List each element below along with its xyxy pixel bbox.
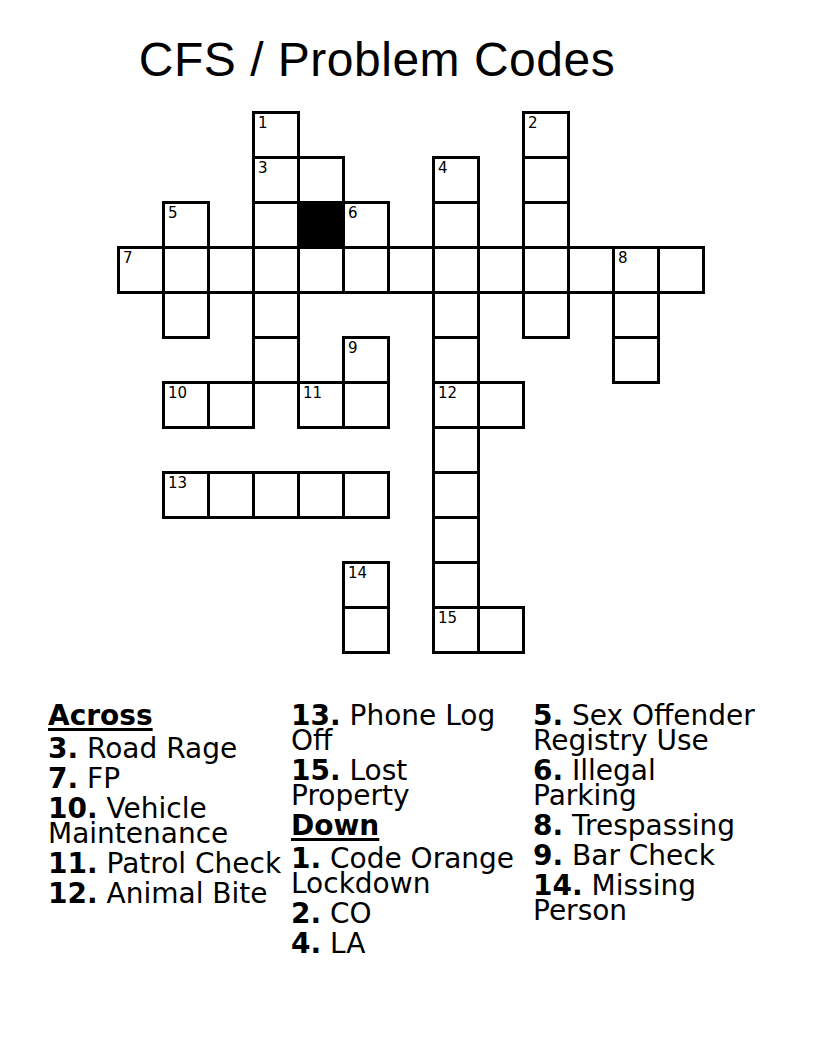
clue-text: Animal Bite xyxy=(107,877,268,910)
clue-down-6: 6. Illegal Parking xyxy=(533,758,769,808)
grid-cell[interactable] xyxy=(342,246,390,294)
cell-number: 15 xyxy=(438,610,457,626)
grid-cell[interactable]: 13 xyxy=(162,471,210,519)
grid-cell[interactable]: 2 xyxy=(522,111,570,159)
cell-number: 8 xyxy=(618,250,628,266)
grid-cell[interactable] xyxy=(297,246,345,294)
grid-cell[interactable] xyxy=(477,606,525,654)
grid-cell[interactable] xyxy=(477,246,525,294)
grid-cell[interactable]: 8 xyxy=(612,246,660,294)
cell-number: 3 xyxy=(258,160,268,176)
grid-cell[interactable]: 4 xyxy=(432,156,480,204)
clue-number: 7. xyxy=(48,762,78,795)
grid-cell[interactable]: 10 xyxy=(162,381,210,429)
clue-down-9: 9. Bar Check xyxy=(533,843,769,868)
clue-down-8: 8. Trespassing xyxy=(533,813,769,838)
clue-number: 12. xyxy=(48,877,98,910)
cell-number: 14 xyxy=(348,565,367,581)
grid-cell[interactable] xyxy=(342,606,390,654)
grid-cell[interactable]: 7 xyxy=(117,246,165,294)
clue-across-3: 3. Road Rage xyxy=(48,736,284,761)
grid-cell[interactable] xyxy=(207,381,255,429)
clue-number: 4. xyxy=(291,927,321,960)
grid-cell[interactable] xyxy=(612,291,660,339)
grid-cell[interactable] xyxy=(477,381,525,429)
clue-across-13: 13. Phone Log Off xyxy=(291,703,527,753)
clue-across-7: 7. FP xyxy=(48,766,284,791)
clue-across-12: 12. Animal Bite xyxy=(48,881,284,906)
cell-number: 9 xyxy=(348,340,358,356)
grid-cell[interactable]: 11 xyxy=(297,381,345,429)
grid-cell[interactable]: 15 xyxy=(432,606,480,654)
grid-cell[interactable] xyxy=(252,336,300,384)
grid-cell[interactable] xyxy=(432,426,480,474)
grid-cell[interactable] xyxy=(252,201,300,249)
grid-cell[interactable] xyxy=(162,246,210,294)
grid-cell[interactable] xyxy=(432,201,480,249)
grid-cell[interactable] xyxy=(252,291,300,339)
clue-text: FP xyxy=(87,762,120,795)
clue-text: Road Rage xyxy=(87,732,237,765)
grid-cell[interactable] xyxy=(612,336,660,384)
puzzle-title: CFS / Problem Codes xyxy=(0,34,754,86)
clue-column-3: 5. Sex Offender Registry Use 6. Illegal … xyxy=(533,703,769,928)
clue-number: 9. xyxy=(533,839,563,872)
clue-down-1: 1. Code Orange Lockdown xyxy=(291,846,527,896)
grid-cell[interactable] xyxy=(522,246,570,294)
grid-cell[interactable] xyxy=(342,471,390,519)
crossword-grid: 123456789101112131415 xyxy=(117,111,705,654)
grid-cell[interactable]: 14 xyxy=(342,561,390,609)
cell-number: 10 xyxy=(168,385,187,401)
grid-cell[interactable] xyxy=(207,471,255,519)
clue-across-11: 11. Patrol Check xyxy=(48,851,284,876)
grid-cell[interactable] xyxy=(162,291,210,339)
clue-text: LA xyxy=(330,927,365,960)
grid-cell[interactable]: 12 xyxy=(432,381,480,429)
grid-cell[interactable]: 1 xyxy=(252,111,300,159)
cell-number: 1 xyxy=(258,115,268,131)
cell-number: 7 xyxy=(123,250,133,266)
clue-down-2: 2. CO xyxy=(291,901,527,926)
grid-cell[interactable] xyxy=(522,291,570,339)
grid-cell[interactable] xyxy=(657,246,705,294)
grid-cell[interactable] xyxy=(432,246,480,294)
cell-number: 12 xyxy=(438,385,457,401)
across-heading: Across xyxy=(48,703,284,728)
clue-across-15: 15. Lost Property xyxy=(291,758,527,808)
clue-text: Code Orange Lockdown xyxy=(291,842,514,900)
clue-column-1: Across 3. Road Rage 7. FP 10. Vehicle Ma… xyxy=(48,703,284,911)
grid-cell[interactable] xyxy=(252,246,300,294)
cell-number: 4 xyxy=(438,160,448,176)
clue-text: Bar Check xyxy=(572,839,715,872)
grid-cell[interactable] xyxy=(207,246,255,294)
clue-text: Trespassing xyxy=(572,809,735,842)
grid-cell[interactable] xyxy=(432,291,480,339)
grid-cell[interactable]: 6 xyxy=(342,201,390,249)
clue-column-2: 13. Phone Log Off 15. Lost Property Down… xyxy=(291,703,527,961)
clue-number: 11. xyxy=(48,847,98,880)
clue-text: Patrol Check xyxy=(107,847,282,880)
clue-down-14: 14. Missing Person xyxy=(533,873,769,923)
grid-cell[interactable]: 5 xyxy=(162,201,210,249)
grid-cell[interactable] xyxy=(297,156,345,204)
cell-number: 5 xyxy=(168,205,178,221)
black-cell xyxy=(297,201,345,249)
grid-cell[interactable] xyxy=(432,516,480,564)
grid-cell[interactable]: 3 xyxy=(252,156,300,204)
clue-across-10: 10. Vehicle Maintenance xyxy=(48,796,284,846)
grid-cell[interactable] xyxy=(522,201,570,249)
grid-cell[interactable] xyxy=(432,471,480,519)
grid-cell[interactable] xyxy=(522,156,570,204)
grid-cell[interactable] xyxy=(297,471,345,519)
clue-down-5: 5. Sex Offender Registry Use xyxy=(533,703,769,753)
clue-number: 8. xyxy=(533,809,563,842)
clue-text: Sex Offender Registry Use xyxy=(533,699,755,757)
cell-number: 13 xyxy=(168,475,187,491)
clue-text: CO xyxy=(330,897,372,930)
cell-number: 11 xyxy=(303,385,322,401)
down-heading: Down xyxy=(291,813,527,838)
clue-number: 2. xyxy=(291,897,321,930)
cell-number: 6 xyxy=(348,205,358,221)
grid-cell[interactable] xyxy=(387,246,435,294)
grid-cell[interactable] xyxy=(432,336,480,384)
cell-number: 2 xyxy=(528,115,538,131)
clue-number: 3. xyxy=(48,732,78,765)
grid-cell[interactable]: 9 xyxy=(342,336,390,384)
grid-cell[interactable] xyxy=(567,246,615,294)
grid-cell[interactable] xyxy=(432,561,480,609)
grid-cell[interactable] xyxy=(252,471,300,519)
grid-cell[interactable] xyxy=(342,381,390,429)
clue-down-4: 4. LA xyxy=(291,931,527,956)
